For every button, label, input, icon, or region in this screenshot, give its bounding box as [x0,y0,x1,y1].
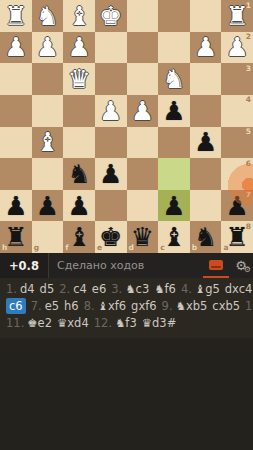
square-f2[interactable]: ♟ [63,32,95,64]
black-queen: ♛ [127,221,159,253]
square-d3[interactable] [127,63,159,95]
white-knight: ♞ [158,63,190,95]
move-number: 11. [6,316,24,330]
square-e1[interactable]: ♚ [95,0,127,32]
white-pawn: ♟ [190,32,222,64]
file-label-a: a [223,244,228,252]
header-icons: ⚙ ⚙ [203,253,253,278]
square-a8[interactable]: ♜8a [221,221,253,253]
move-number: 10. [245,299,253,313]
square-c3[interactable]: ♞ [158,63,190,95]
square-h6[interactable] [0,158,32,190]
move-line-3: 11.♚e2♛xd412.♞f3♛d3# [6,315,247,332]
square-f8[interactable]: ♝f [63,221,95,253]
move-token[interactable]: ♝xf6 [98,299,126,313]
square-h5[interactable] [0,127,32,159]
move-number: 3. [111,282,122,296]
square-a4[interactable]: 4 [221,95,253,127]
square-f7[interactable]: ♟ [63,190,95,222]
square-e2[interactable] [95,32,127,64]
square-g6[interactable] [32,158,64,190]
square-h1[interactable]: ♜ [0,0,32,32]
moves-made-label: Сделано ходов [49,259,203,272]
white-rook: ♜ [221,0,253,32]
black-knight: ♞ [63,158,95,190]
square-c8[interactable]: ♝c [158,221,190,253]
move-number: 12. [94,316,112,330]
square-h4[interactable] [0,95,32,127]
black-king: ♚ [95,221,127,253]
square-d2[interactable] [127,32,159,64]
move-token[interactable]: h6 [64,299,79,313]
black-pawn: ♟ [0,190,32,222]
white-rook: ♜ [0,0,32,32]
square-g7[interactable]: ♟ [32,190,64,222]
move-token[interactable]: d4 [20,282,35,296]
square-f4[interactable] [63,95,95,127]
square-b4[interactable] [190,95,222,127]
black-pawn: ♟ [190,127,222,159]
square-g5[interactable]: ♝ [32,127,64,159]
square-b7[interactable] [190,190,222,222]
file-label-f: f [65,244,68,252]
white-pawn: ♟ [95,95,127,127]
move-number: 1. [6,282,17,296]
square-h2[interactable]: ♟ [0,32,32,64]
square-a1[interactable]: ♜1 [221,0,253,32]
square-b1[interactable] [190,0,222,32]
move-number: 8. [84,299,95,313]
square-g3[interactable] [32,63,64,95]
black-knight: ♞ [190,221,222,253]
file-label-b: b [192,244,197,252]
square-f1[interactable]: ♝ [63,0,95,32]
square-g1[interactable]: ♞ [32,0,64,32]
square-b8[interactable]: ♞b [190,221,222,253]
small-gear-icon: ⚙ [244,266,251,274]
move-token[interactable]: ♛xd4 [57,316,89,330]
chess-board[interactable]: ♜♞♝♚♜1♟♟♟♟♟2♛♞3♟♟♟4♝♟5♞♟6♟♟♟♟♟7♜hg♝f♚e♛d… [0,0,253,253]
square-c7[interactable]: ♟ [158,190,190,222]
black-pawn: ♟ [32,190,64,222]
move-token[interactable]: ♛d3# [142,316,177,330]
square-c4[interactable]: ♟ [158,95,190,127]
move-token[interactable]: c4 [73,282,87,296]
black-pawn: ♟ [63,190,95,222]
white-queen: ♛ [63,63,95,95]
square-e7[interactable] [95,190,127,222]
square-a5[interactable]: 5 [221,127,253,159]
move-number: 9. [162,299,173,313]
black-pawn: ♟ [158,190,190,222]
engine-settings-button[interactable]: ⚙ ⚙ [229,253,253,278]
board-icon [209,260,223,270]
square-g2[interactable]: ♟ [32,32,64,64]
square-d5[interactable] [127,127,159,159]
square-a3[interactable]: 3 [221,63,253,95]
board-tab-icon[interactable] [203,253,229,278]
move-token[interactable]: d5 [40,282,55,296]
file-label-c: c [160,244,164,252]
square-e3[interactable] [95,63,127,95]
file-label-g: g [34,244,39,252]
move-number: 7. [31,299,42,313]
white-pawn: ♟ [32,32,64,64]
square-d4[interactable]: ♟ [127,95,159,127]
move-number: 2. [59,282,70,296]
square-f5[interactable] [63,127,95,159]
current-move[interactable]: c6 [6,298,26,314]
move-token[interactable]: ♚e2 [27,316,52,330]
square-g4[interactable] [32,95,64,127]
move-token[interactable]: ♞xb5 [176,299,208,313]
rank-label-4: 4 [246,96,251,104]
square-e6[interactable]: ♟ [95,158,127,190]
move-token[interactable]: ♞f3 [115,316,137,330]
panel-empty-area [0,338,253,450]
square-b3[interactable] [190,63,222,95]
white-pawn: ♟ [63,32,95,64]
move-token[interactable]: cxb5 [212,299,240,313]
rank-label-1: 1 [246,2,251,10]
move-token[interactable]: ♞f6 [154,282,176,296]
square-e4[interactable]: ♟ [95,95,127,127]
white-pawn: ♟ [127,95,159,127]
square-b5[interactable]: ♟ [190,127,222,159]
white-bishop: ♝ [63,0,95,32]
square-f3[interactable]: ♛ [63,63,95,95]
square-e8[interactable]: ♚e [95,221,127,253]
rank-label-5: 5 [246,128,251,136]
move-token[interactable]: e5 [45,299,59,313]
black-pawn: ♟ [158,95,190,127]
move-number: 4. [181,282,192,296]
square-f6[interactable]: ♞ [63,158,95,190]
square-h8[interactable]: ♜h [0,221,32,253]
square-h7[interactable]: ♟ [0,190,32,222]
move-line-2: c67.e5h68.♝xf6gxf69.♞xb5cxb510.♛xa8♝b4+ [6,298,247,315]
move-token[interactable]: ♝g5 [195,282,220,296]
black-bishop: ♝ [63,221,95,253]
move-token[interactable]: dxc4 [225,282,253,296]
square-b2[interactable]: ♟ [190,32,222,64]
file-label-h: h [2,244,7,252]
square-c6[interactable] [158,158,190,190]
file-label-e: e [97,244,102,252]
square-d8[interactable]: ♛d [127,221,159,253]
white-pawn: ♟ [0,32,32,64]
black-rook: ♜ [0,221,32,253]
square-d6[interactable] [127,158,159,190]
black-pawn: ♟ [95,158,127,190]
white-king: ♚ [95,0,127,32]
rank-label-2: 2 [246,33,251,41]
square-c5[interactable] [158,127,190,159]
square-g8[interactable]: g [32,221,64,253]
black-bishop: ♝ [158,221,190,253]
square-h3[interactable] [0,63,32,95]
evaluation-badge: +0.8 [0,253,49,278]
file-label-d: d [129,244,134,252]
white-bishop: ♝ [32,127,64,159]
white-knight: ♞ [32,0,64,32]
white-pawn: ♟ [221,32,253,64]
rank-label-8: 8 [246,223,251,231]
move-line-1: 1.d4d52.c4e63.♞c3♞f64.♝g5dxc45.e4b56.♛f3 [6,281,247,298]
move-token[interactable]: e6 [92,282,106,296]
move-token[interactable]: ♞c3 [125,282,149,296]
square-e5[interactable] [95,127,127,159]
square-c2[interactable] [158,32,190,64]
rank-label-3: 3 [246,65,251,73]
square-d7[interactable] [127,190,159,222]
move-list: 1.d4d52.c4e63.♞c3♞f64.♝g5dxc45.e4b56.♛f3… [0,278,253,338]
square-c1[interactable] [158,0,190,32]
square-b6[interactable] [190,158,222,190]
square-d1[interactable] [127,0,159,32]
black-rook: ♜ [221,221,253,253]
move-token[interactable]: gxf6 [131,299,156,313]
analysis-header: +0.8 Сделано ходов ⚙ ⚙ [0,253,253,278]
square-a2[interactable]: ♟2 [221,32,253,64]
